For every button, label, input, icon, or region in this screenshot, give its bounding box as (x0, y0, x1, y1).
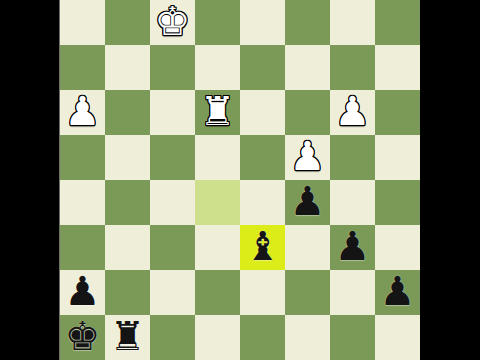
square-b1[interactable]: ♜ (105, 315, 150, 360)
black-pawn[interactable]: ♟ (335, 224, 371, 269)
square-f8[interactable] (285, 0, 330, 45)
square-c7[interactable] (150, 45, 195, 90)
square-e2[interactable] (240, 270, 285, 315)
square-e4[interactable] (240, 180, 285, 225)
square-f3[interactable] (285, 225, 330, 270)
square-b6[interactable] (105, 90, 150, 135)
square-e8[interactable] (240, 0, 285, 45)
letterbox-right (420, 0, 480, 360)
letterbox-left (0, 0, 60, 360)
square-c8[interactable]: ♚ (150, 0, 195, 45)
square-c4[interactable] (150, 180, 195, 225)
square-a2[interactable]: ♟ (60, 270, 105, 315)
square-f5[interactable]: ♟ (285, 135, 330, 180)
black-pawn[interactable]: ♟ (65, 269, 101, 314)
square-c5[interactable] (150, 135, 195, 180)
white-king[interactable]: ♚ (155, 0, 191, 44)
square-e5[interactable] (240, 135, 285, 180)
square-g6[interactable]: ♟ (330, 90, 375, 135)
square-a4[interactable] (60, 180, 105, 225)
square-e6[interactable] (240, 90, 285, 135)
square-d2[interactable] (195, 270, 240, 315)
square-c2[interactable] (150, 270, 195, 315)
white-pawn[interactable]: ♟ (290, 134, 326, 179)
square-e3[interactable]: ♝ (240, 225, 285, 270)
square-a1[interactable]: ♚ (60, 315, 105, 360)
square-c6[interactable] (150, 90, 195, 135)
square-h3[interactable] (375, 225, 420, 270)
white-rook[interactable]: ♜ (200, 89, 236, 134)
square-f4[interactable]: ♟ (285, 180, 330, 225)
white-pawn[interactable]: ♟ (65, 89, 101, 134)
square-h8[interactable] (375, 0, 420, 45)
square-d6[interactable]: ♜ (195, 90, 240, 135)
square-g5[interactable] (330, 135, 375, 180)
square-c1[interactable] (150, 315, 195, 360)
black-king[interactable]: ♚ (65, 314, 101, 359)
black-pawn[interactable]: ♟ (380, 269, 416, 314)
square-h4[interactable] (375, 180, 420, 225)
square-a6[interactable]: ♟ (60, 90, 105, 135)
square-h1[interactable] (375, 315, 420, 360)
square-d7[interactable] (195, 45, 240, 90)
black-bishop[interactable]: ♝ (245, 224, 281, 269)
square-f7[interactable] (285, 45, 330, 90)
square-b8[interactable] (105, 0, 150, 45)
square-d1[interactable] (195, 315, 240, 360)
square-e1[interactable] (240, 315, 285, 360)
square-g1[interactable] (330, 315, 375, 360)
square-a8[interactable] (60, 0, 105, 45)
square-g7[interactable] (330, 45, 375, 90)
square-f1[interactable] (285, 315, 330, 360)
square-b4[interactable] (105, 180, 150, 225)
square-h6[interactable] (375, 90, 420, 135)
square-b2[interactable] (105, 270, 150, 315)
square-d5[interactable] (195, 135, 240, 180)
app-window: ♚♟♜♟♟♟♝♟♟♟♚♜ (0, 0, 480, 360)
square-d4[interactable] (195, 180, 240, 225)
square-f6[interactable] (285, 90, 330, 135)
square-b7[interactable] (105, 45, 150, 90)
black-rook[interactable]: ♜ (110, 314, 146, 359)
square-h7[interactable] (375, 45, 420, 90)
square-h2[interactable]: ♟ (375, 270, 420, 315)
chess-board: ♚♟♜♟♟♟♝♟♟♟♚♜ (60, 0, 420, 360)
square-a7[interactable] (60, 45, 105, 90)
square-b3[interactable] (105, 225, 150, 270)
square-g4[interactable] (330, 180, 375, 225)
square-a3[interactable] (60, 225, 105, 270)
square-g8[interactable] (330, 0, 375, 45)
square-b5[interactable] (105, 135, 150, 180)
black-pawn[interactable]: ♟ (290, 179, 326, 224)
square-h5[interactable] (375, 135, 420, 180)
square-e7[interactable] (240, 45, 285, 90)
square-c3[interactable] (150, 225, 195, 270)
square-d8[interactable] (195, 0, 240, 45)
square-g2[interactable] (330, 270, 375, 315)
square-a5[interactable] (60, 135, 105, 180)
square-d3[interactable] (195, 225, 240, 270)
white-pawn[interactable]: ♟ (335, 89, 371, 134)
square-g3[interactable]: ♟ (330, 225, 375, 270)
square-f2[interactable] (285, 270, 330, 315)
